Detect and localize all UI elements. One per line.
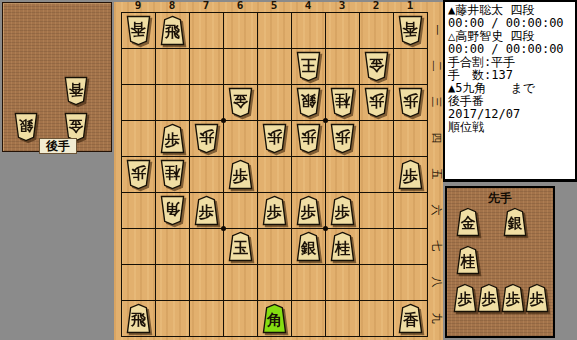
board-cell-6-2[interactable] (224, 49, 258, 85)
board-cell-4-9[interactable] (292, 301, 326, 337)
piece-gote-f4r2[interactable]: 王 (295, 51, 322, 82)
svg-text:玉: 玉 (233, 239, 249, 256)
star-point (323, 118, 328, 123)
board-cell-3-8[interactable] (326, 265, 360, 301)
gote-captured-pieces-tray: 香銀金 後手 (2, 2, 112, 152)
piece-gote-f4r4[interactable]: 歩 (295, 123, 322, 154)
svg-text:歩: 歩 (481, 291, 497, 307)
svg-text:金: 金 (232, 93, 249, 110)
piece-sente-f9r9[interactable]: 飛 (125, 303, 152, 334)
svg-text:歩: 歩 (403, 93, 419, 110)
file-label-7: 7 (189, 0, 223, 11)
piece-sente-f5r9[interactable]: 角 (261, 303, 288, 334)
svg-text:歩: 歩 (232, 167, 248, 184)
board-cell-6-8[interactable] (224, 265, 258, 301)
board-cell-6-9[interactable] (224, 301, 258, 337)
svg-text:歩: 歩 (529, 291, 545, 307)
file-label-8: 8 (155, 0, 189, 11)
file-label-9: 9 (121, 0, 155, 11)
file-label-5: 5 (257, 0, 291, 11)
board-cell-8-7[interactable] (156, 229, 190, 265)
svg-text:飛: 飛 (130, 311, 146, 328)
piece-sente-f1r9[interactable]: 香 (397, 303, 424, 334)
piece-gote-f1r3[interactable]: 歩 (397, 87, 424, 118)
piece-sente-f6r5[interactable]: 歩 (227, 159, 254, 190)
board-cell-4-5[interactable] (292, 157, 326, 193)
board-cell-4-8[interactable] (292, 265, 326, 301)
svg-text:銀: 銀 (507, 215, 523, 231)
board-cell-4-1[interactable] (292, 13, 326, 49)
star-point (323, 226, 328, 231)
gote-player-label: 後手 (39, 138, 77, 154)
piece-gote-f9r5[interactable]: 歩 (125, 159, 152, 190)
file-label-3: 3 (325, 0, 359, 11)
file-label-6: 6 (223, 0, 257, 11)
svg-text:歩: 歩 (335, 129, 351, 146)
piece-gote-f7r4[interactable]: 歩 (193, 123, 220, 154)
svg-text:金: 金 (460, 215, 476, 231)
board-cell-9-2[interactable] (122, 49, 156, 85)
svg-text:銀: 銀 (18, 118, 34, 134)
board-cell-2-5[interactable] (360, 157, 394, 193)
gote-hand-piece-1[interactable]: 銀 (13, 111, 39, 143)
board-cell-9-3[interactable] (122, 85, 156, 121)
piece-gote-f8r5[interactable]: 桂 (159, 159, 186, 190)
piece-gote-f3r3[interactable]: 桂 (329, 87, 356, 118)
piece-gote-f5r4[interactable]: 歩 (261, 123, 288, 154)
svg-text:香: 香 (402, 21, 419, 38)
file-label-1: 1 (393, 0, 427, 11)
sente-hand-piece-1[interactable]: 銀 (502, 206, 528, 238)
svg-text:歩: 歩 (267, 129, 283, 146)
piece-sente-f5r6[interactable]: 歩 (261, 195, 288, 226)
board-cell-2-8[interactable] (360, 265, 394, 301)
piece-sente-f8r4[interactable]: 歩 (159, 123, 186, 154)
piece-gote-f9r1[interactable]: 香 (125, 15, 152, 46)
svg-text:角: 角 (266, 311, 282, 328)
svg-text:歩: 歩 (199, 129, 215, 146)
board-cell-7-7[interactable] (190, 229, 224, 265)
svg-text:銀: 銀 (300, 93, 317, 110)
board-cell-7-9[interactable] (190, 301, 224, 337)
piece-gote-f2r2[interactable]: 金 (363, 51, 390, 82)
board-cell-2-4[interactable] (360, 121, 394, 157)
sente-hand-piece-0[interactable]: 金 (455, 206, 481, 238)
file-label-2: 2 (359, 0, 393, 11)
svg-text:銀: 銀 (300, 239, 317, 256)
sente-hand-piece-5[interactable]: 歩 (500, 282, 526, 314)
board-cell-3-5[interactable] (326, 157, 360, 193)
svg-text:香: 香 (68, 82, 84, 98)
svg-text:歩: 歩 (301, 129, 317, 146)
board-cell-9-8[interactable] (122, 265, 156, 301)
board-cell-6-1[interactable] (224, 13, 258, 49)
svg-text:歩: 歩 (457, 291, 473, 307)
board-cell-7-2[interactable] (190, 49, 224, 85)
board-cell-7-5[interactable] (190, 157, 224, 193)
svg-text:飛: 飛 (164, 23, 180, 40)
piece-gote-f3r4[interactable]: 歩 (329, 123, 356, 154)
sente-hand-piece-4[interactable]: 歩 (476, 282, 502, 314)
board-cell-2-7[interactable] (360, 229, 394, 265)
svg-text:桂: 桂 (334, 93, 351, 110)
board-cell-5-1[interactable] (258, 13, 292, 49)
svg-text:金: 金 (68, 118, 84, 134)
svg-text:桂: 桂 (164, 165, 181, 182)
piece-gote-f6r3[interactable]: 金 (227, 87, 254, 118)
piece-sente-f3r7[interactable]: 桂 (329, 231, 356, 262)
board-cell-3-9[interactable] (326, 301, 360, 337)
sente-hand-piece-6[interactable]: 歩 (524, 282, 550, 314)
svg-text:歩: 歩 (266, 203, 282, 220)
piece-sente-f1r5[interactable]: 歩 (397, 159, 424, 190)
svg-text:歩: 歩 (505, 291, 521, 307)
svg-text:香: 香 (402, 311, 419, 328)
svg-text:金: 金 (368, 57, 385, 74)
board-cell-6-6[interactable] (224, 193, 258, 229)
board-cell-7-3[interactable] (190, 85, 224, 121)
board-cell-5-7[interactable] (258, 229, 292, 265)
board-cell-5-2[interactable] (258, 49, 292, 85)
board-cell-8-3[interactable] (156, 85, 190, 121)
board-cell-8-9[interactable] (156, 301, 190, 337)
board-cell-6-4[interactable] (224, 121, 258, 157)
board-cell-9-6[interactable] (122, 193, 156, 229)
svg-text:角: 角 (165, 201, 181, 218)
star-point (221, 118, 226, 123)
board-cell-8-2[interactable] (156, 49, 190, 85)
board-cell-8-8[interactable] (156, 265, 190, 301)
sente-captured-pieces-tray: 先手 金銀桂歩歩歩歩 (445, 186, 555, 338)
shogi-board-area: 987654321 一二三四五六七八九 香飛香王金金銀桂歩歩歩歩歩歩歩歩桂歩歩角… (114, 2, 443, 340)
piece-gote-f2r3[interactable]: 歩 (363, 87, 390, 118)
board-cell-9-4[interactable] (122, 121, 156, 157)
game-info-panel: ▲藤井聡太 四段00:00 / 00:00:00△高野智史 四段00:00 / … (443, 0, 577, 182)
board-cell-5-3[interactable] (258, 85, 292, 121)
piece-gote-f1r1[interactable]: 香 (397, 15, 424, 46)
svg-text:歩: 歩 (198, 203, 214, 220)
svg-text:桂: 桂 (334, 239, 351, 256)
piece-sente-f8r1[interactable]: 飛 (159, 15, 186, 46)
svg-text:歩: 歩 (300, 203, 316, 220)
board-cell-9-7[interactable] (122, 229, 156, 265)
board-cell-2-9[interactable] (360, 301, 394, 337)
gote-hand-piece-0[interactable]: 香 (63, 75, 89, 107)
board-cell-7-8[interactable] (190, 265, 224, 301)
board-cell-7-1[interactable] (190, 13, 224, 49)
sente-player-label: 先手 (447, 190, 553, 207)
info-line-9: 順位戦 (448, 121, 575, 134)
piece-sente-f7r6[interactable]: 歩 (193, 195, 220, 226)
piece-sente-f6r7[interactable]: 玉 (227, 231, 254, 262)
svg-text:歩: 歩 (131, 165, 147, 182)
piece-gote-f8r6[interactable]: 角 (159, 195, 186, 226)
board-cell-3-2[interactable] (326, 49, 360, 85)
svg-text:香: 香 (130, 21, 147, 38)
piece-sente-f4r6[interactable]: 歩 (295, 195, 322, 226)
sente-hand-piece-3[interactable]: 歩 (452, 282, 478, 314)
svg-text:歩: 歩 (164, 131, 180, 148)
piece-sente-f3r6[interactable]: 歩 (329, 195, 356, 226)
board-cell-3-1[interactable] (326, 13, 360, 49)
svg-text:桂: 桂 (460, 253, 476, 269)
svg-text:歩: 歩 (402, 167, 418, 184)
game-info-lines: ▲藤井聡太 四段00:00 / 00:00:00△高野智史 四段00:00 / … (448, 4, 575, 134)
board-cell-2-1[interactable] (360, 13, 394, 49)
board-cell-2-6[interactable] (360, 193, 394, 229)
sente-hand-piece-2[interactable]: 桂 (455, 244, 481, 276)
piece-sente-f4r7[interactable]: 銀 (295, 231, 322, 262)
board-cell-5-5[interactable] (258, 157, 292, 193)
piece-gote-f4r3[interactable]: 銀 (295, 87, 322, 118)
board-cell-5-8[interactable] (258, 265, 292, 301)
svg-text:歩: 歩 (334, 203, 350, 220)
svg-text:歩: 歩 (369, 93, 385, 110)
star-point (221, 226, 226, 231)
file-label-4: 4 (291, 0, 325, 11)
svg-text:王: 王 (301, 57, 317, 74)
